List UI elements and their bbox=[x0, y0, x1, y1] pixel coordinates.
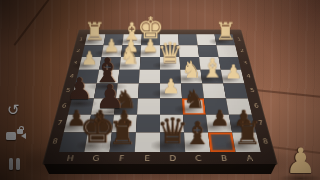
file-label-D: D bbox=[160, 154, 186, 165]
square-e4[interactable] bbox=[139, 70, 160, 84]
black-rook-a8[interactable]: ♜ bbox=[232, 133, 261, 152]
captured-black-pawn: ♟ bbox=[66, 74, 93, 104]
square-b5[interactable] bbox=[202, 84, 226, 99]
pause-bar-icon bbox=[16, 158, 20, 170]
square-e5[interactable] bbox=[138, 84, 160, 99]
white-pawn-a4[interactable]: ♟ bbox=[221, 70, 245, 84]
piece-glyph: ♟ bbox=[142, 37, 158, 55]
piece-glyph: ♟ bbox=[210, 108, 230, 130]
file-label-E: E bbox=[134, 154, 160, 165]
rank-label-1: 1 bbox=[234, 34, 245, 45]
white-bishop-b4[interactable]: ♝ bbox=[201, 70, 224, 84]
piece-glyph: ♟ bbox=[162, 76, 180, 96]
board-3d-scene: ♜♚♝♜♟♟♟♛♞♟♟♝♞♟♞♞♟♟♟♟♟♜♝♛♜♚ HGFEDCBA 1234… bbox=[0, 0, 320, 180]
piece-glyph: ♝ bbox=[201, 55, 225, 82]
file-label-C: C bbox=[185, 154, 212, 165]
undo-button[interactable]: ↺ bbox=[7, 101, 20, 119]
piece-glyph: ♛ bbox=[157, 113, 189, 149]
rank-label-1: 1 bbox=[76, 34, 87, 45]
black-king-g8[interactable]: ♚ bbox=[84, 133, 112, 152]
file-label-F: F bbox=[108, 154, 135, 165]
square-b1[interactable] bbox=[196, 34, 216, 45]
square-b8[interactable] bbox=[208, 133, 236, 152]
piece-glyph: ♞ bbox=[120, 45, 140, 67]
piece-glyph: ♛ bbox=[157, 39, 183, 68]
camera-lock-button[interactable] bbox=[6, 127, 24, 142]
file-label-G: G bbox=[82, 154, 109, 165]
white-rook-a1[interactable]: ♜ bbox=[214, 34, 235, 45]
piece-glyph: ♜ bbox=[215, 20, 236, 44]
white-rook-h1[interactable]: ♜ bbox=[85, 34, 106, 45]
file-label-H: H bbox=[56, 154, 84, 165]
rank-label-5: 5 bbox=[246, 84, 259, 99]
game-screen: ♜♚♝♜♟♟♟♛♞♟♟♝♞♟♞♞♟♟♟♟♟♜♝♛♜♚ HGFEDCBA 1234… bbox=[0, 0, 320, 180]
pause-button[interactable] bbox=[9, 158, 22, 170]
piece-glyph: ♞ bbox=[181, 58, 202, 81]
black-queen-d8[interactable]: ♛ bbox=[160, 133, 185, 152]
piece-glyph: ♜ bbox=[84, 20, 105, 44]
piece-glyph: ♟ bbox=[225, 62, 242, 81]
captured-white-pawn: ♟ bbox=[285, 144, 316, 179]
lock-shackle-icon bbox=[19, 126, 24, 130]
file-label-B: B bbox=[211, 154, 238, 165]
white-knight-f3[interactable]: ♞ bbox=[119, 57, 140, 70]
white-knight-c4[interactable]: ♞ bbox=[180, 70, 202, 84]
pause-bar-icon bbox=[9, 158, 13, 170]
captured-black-pawn: ♟ bbox=[95, 80, 125, 113]
rank-label-3: 3 bbox=[240, 57, 252, 70]
rank-label-4: 4 bbox=[243, 70, 255, 84]
rank-label-2: 2 bbox=[237, 45, 248, 57]
square-a5[interactable] bbox=[223, 84, 248, 99]
file-label-A: A bbox=[236, 154, 264, 165]
white-queen-d3[interactable]: ♛ bbox=[160, 57, 180, 70]
camera-icon bbox=[6, 132, 16, 140]
piece-glyph: ♞ bbox=[183, 87, 206, 112]
white-pawn-d5[interactable]: ♟ bbox=[160, 84, 182, 99]
